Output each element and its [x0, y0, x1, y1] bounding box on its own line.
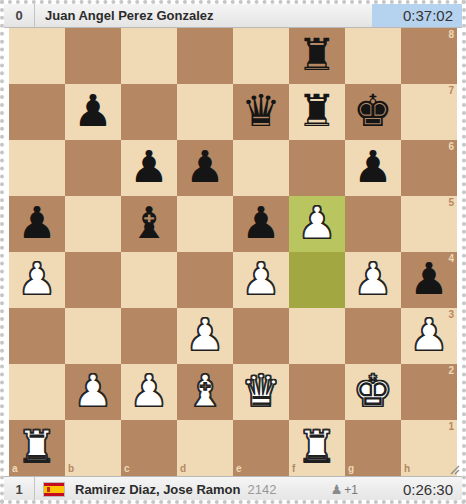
- square-h3[interactable]: 3♟: [401, 308, 457, 364]
- top-player-clock: 0:37:02: [372, 4, 462, 27]
- chess-board[interactable]: ♜8♟♛♜♚7♟♟♟6♟♝♟♟5♟♟♟4♟♟3♟♟♟♝♛♚2a♜bcdef♜g1…: [9, 28, 457, 476]
- square-e1[interactable]: e: [233, 420, 289, 476]
- black-pawn: ♟: [121, 140, 177, 196]
- square-d4[interactable]: [177, 252, 233, 308]
- bottom-player-bar: 1 Ramirez Diaz, Jose Ramon 2142 ♟ +1 0:2…: [4, 476, 462, 502]
- square-f7[interactable]: ♜: [289, 84, 345, 140]
- square-b4[interactable]: [65, 252, 121, 308]
- square-g4[interactable]: ♟: [345, 252, 401, 308]
- material-value: +1: [344, 483, 358, 497]
- rank-label-1: 1: [448, 422, 454, 432]
- square-d8[interactable]: [177, 28, 233, 84]
- black-queen: ♛: [233, 84, 289, 140]
- top-player-number: 0: [4, 4, 35, 27]
- square-h2[interactable]: 2: [401, 364, 457, 420]
- square-h5[interactable]: 5: [401, 196, 457, 252]
- white-king: ♚: [345, 364, 401, 420]
- rank-label-2: 2: [448, 366, 454, 376]
- square-f3[interactable]: [289, 308, 345, 364]
- rank-label-5: 5: [448, 198, 454, 208]
- rank-label-4: 4: [448, 254, 454, 264]
- square-f5[interactable]: ♟: [289, 196, 345, 252]
- white-pawn: ♟: [345, 252, 401, 308]
- bottom-player-rating: 2142: [240, 477, 276, 502]
- white-pawn: ♟: [65, 364, 121, 420]
- file-label-g: g: [348, 464, 354, 474]
- square-a3[interactable]: [9, 308, 65, 364]
- black-pawn: ♟: [233, 196, 289, 252]
- square-a6[interactable]: [9, 140, 65, 196]
- square-c4[interactable]: [121, 252, 177, 308]
- black-rook: ♜: [289, 84, 345, 140]
- top-player-name: Juan Angel Perez Gonzalez: [35, 4, 214, 27]
- rank-label-7: 7: [448, 86, 454, 96]
- square-e2[interactable]: ♛: [233, 364, 289, 420]
- file-label-c: c: [124, 464, 130, 474]
- square-f8[interactable]: ♜: [289, 28, 345, 84]
- file-label-d: d: [180, 464, 186, 474]
- rank-label-8: 8: [448, 30, 454, 40]
- square-c1[interactable]: c: [121, 420, 177, 476]
- square-d1[interactable]: d: [177, 420, 233, 476]
- square-d6[interactable]: ♟: [177, 140, 233, 196]
- square-a1[interactable]: a♜: [9, 420, 65, 476]
- square-c5[interactable]: ♝: [121, 196, 177, 252]
- black-king: ♚: [345, 84, 401, 140]
- square-e8[interactable]: [233, 28, 289, 84]
- black-pawn: ♟: [9, 196, 65, 252]
- square-g1[interactable]: g: [345, 420, 401, 476]
- white-queen: ♛: [233, 364, 289, 420]
- square-c8[interactable]: [121, 28, 177, 84]
- square-h7[interactable]: 7: [401, 84, 457, 140]
- file-label-e: e: [236, 464, 242, 474]
- bottom-player-number: 1: [4, 477, 35, 502]
- file-label-b: b: [68, 464, 74, 474]
- square-d3[interactable]: ♟: [177, 308, 233, 364]
- board-area: ♜8♟♛♜♚7♟♟♟6♟♝♟♟5♟♟♟4♟♟3♟♟♟♝♛♚2a♜bcdef♜g1…: [4, 28, 462, 476]
- white-pawn: ♟: [233, 252, 289, 308]
- white-pawn: ♟: [177, 308, 233, 364]
- square-h4[interactable]: 4♟: [401, 252, 457, 308]
- square-g6[interactable]: ♟: [345, 140, 401, 196]
- square-g8[interactable]: [345, 28, 401, 84]
- square-b1[interactable]: b: [65, 420, 121, 476]
- white-pawn: ♟: [289, 196, 345, 252]
- square-h8[interactable]: 8: [401, 28, 457, 84]
- square-a7[interactable]: [9, 84, 65, 140]
- square-a4[interactable]: ♟: [9, 252, 65, 308]
- pawn-icon: ♟: [331, 482, 343, 497]
- square-d2[interactable]: ♝: [177, 364, 233, 420]
- black-pawn: ♟: [177, 140, 233, 196]
- bottom-player-clock: 0:26:30: [372, 477, 462, 502]
- square-a2[interactable]: [9, 364, 65, 420]
- square-f2[interactable]: [289, 364, 345, 420]
- square-d7[interactable]: [177, 84, 233, 140]
- square-g2[interactable]: ♚: [345, 364, 401, 420]
- top-bar-spacer: [214, 4, 372, 27]
- white-bishop: ♝: [177, 364, 233, 420]
- black-pawn: ♟: [345, 140, 401, 196]
- square-e3[interactable]: [233, 308, 289, 364]
- square-f6[interactable]: [289, 140, 345, 196]
- square-h6[interactable]: 6: [401, 140, 457, 196]
- square-g7[interactable]: ♚: [345, 84, 401, 140]
- square-c2[interactable]: ♟: [121, 364, 177, 420]
- square-g5[interactable]: [345, 196, 401, 252]
- square-a8[interactable]: [9, 28, 65, 84]
- square-a5[interactable]: ♟: [9, 196, 65, 252]
- square-b6[interactable]: [65, 140, 121, 196]
- square-e4[interactable]: ♟: [233, 252, 289, 308]
- rank-label-6: 6: [448, 142, 454, 152]
- square-e7[interactable]: ♛: [233, 84, 289, 140]
- square-c3[interactable]: [121, 308, 177, 364]
- square-e6[interactable]: [233, 140, 289, 196]
- resize-handle-icon[interactable]: [449, 464, 460, 475]
- file-label-f: f: [292, 464, 295, 474]
- square-b8[interactable]: [65, 28, 121, 84]
- black-bishop: ♝: [121, 196, 177, 252]
- square-b3[interactable]: [65, 308, 121, 364]
- square-f1[interactable]: f♜: [289, 420, 345, 476]
- flag-emblem: [47, 487, 50, 492]
- black-rook: ♜: [289, 28, 345, 84]
- rank-label-3: 3: [448, 310, 454, 320]
- square-f4[interactable]: [289, 252, 345, 308]
- material-advantage: ♟ +1: [331, 477, 372, 502]
- spain-flag-icon: [43, 482, 65, 497]
- white-rook: ♜: [289, 420, 345, 476]
- white-pawn: ♟: [9, 252, 65, 308]
- square-c7[interactable]: [121, 84, 177, 140]
- square-g3[interactable]: [345, 308, 401, 364]
- white-pawn: ♟: [121, 364, 177, 420]
- file-label-h: h: [404, 464, 410, 474]
- file-label-a: a: [12, 464, 18, 474]
- bottom-bar-spacer: [276, 477, 330, 502]
- square-e5[interactable]: ♟: [233, 196, 289, 252]
- square-d5[interactable]: [177, 196, 233, 252]
- black-pawn: ♟: [65, 84, 121, 140]
- top-player-bar: 0 Juan Angel Perez Gonzalez 0:37:02: [4, 4, 462, 28]
- square-c6[interactable]: ♟: [121, 140, 177, 196]
- square-b2[interactable]: ♟: [65, 364, 121, 420]
- bottom-player-name: Ramirez Diaz, Jose Ramon: [65, 477, 240, 502]
- square-b7[interactable]: ♟: [65, 84, 121, 140]
- game-window: 0 Juan Angel Perez Gonzalez 0:37:02 ♜8♟♛…: [0, 0, 466, 504]
- square-b5[interactable]: [65, 196, 121, 252]
